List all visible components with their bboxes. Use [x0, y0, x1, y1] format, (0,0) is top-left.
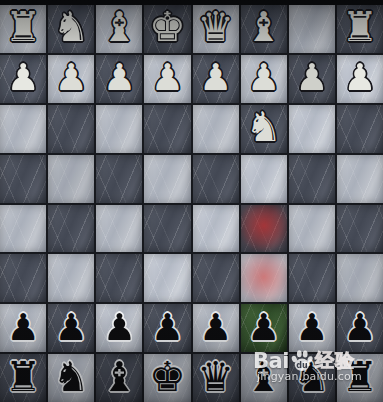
square-f8[interactable]: ♝ — [96, 354, 142, 402]
square-f1[interactable]: ♝ — [96, 5, 142, 53]
square-a5[interactable] — [337, 205, 383, 253]
square-e1[interactable]: ♚ — [144, 5, 190, 53]
square-d5[interactable] — [193, 205, 239, 253]
square-b3[interactable] — [289, 105, 335, 153]
black-king-e8[interactable]: ♚ — [149, 357, 186, 398]
white-pawn-g2[interactable]: ♟ — [55, 59, 88, 96]
square-b2[interactable]: ♟ — [289, 55, 335, 103]
square-g1[interactable]: ♞ — [48, 5, 94, 53]
square-a2[interactable]: ♟ — [337, 55, 383, 103]
square-d7[interactable]: ♟ — [193, 304, 239, 352]
square-f5[interactable] — [96, 205, 142, 253]
square-b7[interactable]: ♟ — [289, 304, 335, 352]
white-knight-g1[interactable]: ♞ — [53, 7, 90, 48]
black-knight-b8[interactable]: ♞ — [293, 357, 330, 398]
square-f4[interactable] — [96, 155, 142, 203]
square-h3[interactable] — [0, 105, 46, 153]
white-rook-a1[interactable]: ♜ — [342, 7, 379, 48]
square-g4[interactable] — [48, 155, 94, 203]
square-a3[interactable] — [337, 105, 383, 153]
square-e2[interactable]: ♟ — [144, 55, 190, 103]
square-d2[interactable]: ♟ — [193, 55, 239, 103]
square-a4[interactable] — [337, 155, 383, 203]
square-e3[interactable] — [144, 105, 190, 153]
square-h8[interactable]: ♜ — [0, 354, 46, 402]
black-queen-d8[interactable]: ♛ — [197, 357, 234, 398]
square-h1[interactable]: ♜ — [0, 5, 46, 53]
white-knight-c3[interactable]: ♞ — [245, 107, 282, 148]
black-pawn-d7[interactable]: ♟ — [199, 309, 232, 346]
square-g6[interactable] — [48, 254, 94, 302]
square-c5[interactable] — [241, 205, 287, 253]
white-king-e1[interactable]: ♚ — [149, 7, 186, 48]
white-pawn-a2[interactable]: ♟ — [343, 59, 376, 96]
square-b8[interactable]: ♞ — [289, 354, 335, 402]
square-e8[interactable]: ♚ — [144, 354, 190, 402]
square-f2[interactable]: ♟ — [96, 55, 142, 103]
square-b1[interactable] — [289, 5, 335, 53]
square-a1[interactable]: ♜ — [337, 5, 383, 53]
square-d3[interactable] — [193, 105, 239, 153]
black-pawn-c7[interactable]: ♟ — [247, 309, 280, 346]
white-pawn-d2[interactable]: ♟ — [199, 59, 232, 96]
square-a7[interactable]: ♟ — [337, 304, 383, 352]
square-g7[interactable]: ♟ — [48, 304, 94, 352]
square-d6[interactable] — [193, 254, 239, 302]
square-h6[interactable] — [0, 254, 46, 302]
square-d4[interactable] — [193, 155, 239, 203]
square-d1[interactable]: ♛ — [193, 5, 239, 53]
square-c8[interactable]: ♝ — [241, 354, 287, 402]
chess-board: ♜♞♝♚♛♝♜♟♟♟♟♟♟♟♟♞♟♟♟♟♟♟♟♟♜♞♝♚♛♝♞♜ — [0, 5, 383, 402]
square-d8[interactable]: ♛ — [193, 354, 239, 402]
square-f6[interactable] — [96, 254, 142, 302]
black-rook-a8[interactable]: ♜ — [342, 357, 379, 398]
white-rook-h1[interactable]: ♜ — [5, 7, 42, 48]
square-b6[interactable] — [289, 254, 335, 302]
black-pawn-h7[interactable]: ♟ — [6, 309, 39, 346]
square-e4[interactable] — [144, 155, 190, 203]
square-a8[interactable]: ♜ — [337, 354, 383, 402]
square-g5[interactable] — [48, 205, 94, 253]
chess-app-screenshot: ♜♞♝♚♛♝♜♟♟♟♟♟♟♟♟♞♟♟♟♟♟♟♟♟♜♞♝♚♛♝♞♜ Bai du … — [0, 0, 383, 402]
black-bishop-f8[interactable]: ♝ — [101, 357, 138, 398]
square-c6[interactable] — [241, 254, 287, 302]
square-h5[interactable] — [0, 205, 46, 253]
square-e6[interactable] — [144, 254, 190, 302]
square-g3[interactable] — [48, 105, 94, 153]
square-a6[interactable] — [337, 254, 383, 302]
square-e5[interactable] — [144, 205, 190, 253]
square-h4[interactable] — [0, 155, 46, 203]
white-pawn-b2[interactable]: ♟ — [295, 59, 328, 96]
black-pawn-e7[interactable]: ♟ — [151, 309, 184, 346]
square-b5[interactable] — [289, 205, 335, 253]
square-g2[interactable]: ♟ — [48, 55, 94, 103]
black-bishop-c8[interactable]: ♝ — [245, 357, 282, 398]
white-pawn-e2[interactable]: ♟ — [151, 59, 184, 96]
white-pawn-h2[interactable]: ♟ — [6, 59, 39, 96]
square-h2[interactable]: ♟ — [0, 55, 46, 103]
white-bishop-f1[interactable]: ♝ — [101, 7, 138, 48]
white-pawn-c2[interactable]: ♟ — [247, 59, 280, 96]
square-c7[interactable]: ♟ — [241, 304, 287, 352]
square-c3[interactable]: ♞ — [241, 105, 287, 153]
square-g8[interactable]: ♞ — [48, 354, 94, 402]
white-pawn-f2[interactable]: ♟ — [103, 59, 136, 96]
black-knight-g8[interactable]: ♞ — [53, 357, 90, 398]
black-pawn-f7[interactable]: ♟ — [103, 309, 136, 346]
square-e7[interactable]: ♟ — [144, 304, 190, 352]
black-pawn-b7[interactable]: ♟ — [295, 309, 328, 346]
square-c4[interactable] — [241, 155, 287, 203]
square-h7[interactable]: ♟ — [0, 304, 46, 352]
square-c2[interactable]: ♟ — [241, 55, 287, 103]
black-pawn-a7[interactable]: ♟ — [343, 309, 376, 346]
white-bishop-c1[interactable]: ♝ — [245, 7, 282, 48]
square-b4[interactable] — [289, 155, 335, 203]
black-pawn-g7[interactable]: ♟ — [55, 309, 88, 346]
square-f7[interactable]: ♟ — [96, 304, 142, 352]
black-rook-h8[interactable]: ♜ — [5, 357, 42, 398]
square-c1[interactable]: ♝ — [241, 5, 287, 53]
white-queen-d1[interactable]: ♛ — [197, 7, 234, 48]
square-f3[interactable] — [96, 105, 142, 153]
